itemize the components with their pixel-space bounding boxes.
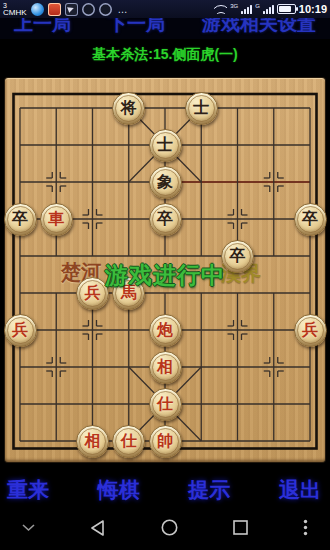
clock: 10:19 <box>299 3 327 15</box>
red-elephant-piece[interactable]: 相 <box>149 351 182 384</box>
signal-bars-icon <box>263 5 274 14</box>
more-notifications: … <box>118 4 129 15</box>
board-point-3-9[interactable]: 仕 <box>111 423 147 460</box>
board-point-0-3[interactable]: 卒 <box>2 201 38 238</box>
carrier-label: 3 CMHK <box>3 2 27 16</box>
black-soldier-piece[interactable]: 卒 <box>149 203 182 236</box>
board-point-5-0[interactable]: 士 <box>183 90 219 127</box>
board-point-4-3[interactable]: 卒 <box>147 201 183 238</box>
network-3g-label: 3G <box>230 3 238 9</box>
menu-item-next-game[interactable]: 下一局 <box>108 18 165 37</box>
ring-app-icon <box>82 3 95 16</box>
hint-button[interactable]: 提示 <box>188 476 230 504</box>
app-screen: 3 CMHK … 3G G 10:19 上一局 <box>0 0 330 550</box>
cloud-app-icon <box>31 3 44 16</box>
red-advisor-piece[interactable]: 仕 <box>149 388 182 421</box>
red-chariot-piece[interactable]: 車 <box>40 203 73 236</box>
android-nav-bar <box>0 505 330 550</box>
board-point-4-7[interactable]: 相 <box>147 349 183 386</box>
menu-dots-icon[interactable] <box>303 519 308 536</box>
board-point-3-0[interactable]: 将 <box>111 90 147 127</box>
exit-button[interactable]: 退出 <box>279 476 321 504</box>
board-point-4-6[interactable]: 炮 <box>147 312 183 349</box>
menu-item-game-settings[interactable]: 游戏相关设置 <box>202 18 316 37</box>
board-point-8-3[interactable]: 卒 <box>292 201 328 238</box>
board-point-8-6[interactable]: 兵 <box>292 312 328 349</box>
red-general-piece[interactable]: 帥 <box>149 425 182 458</box>
share-arrow-icon <box>65 3 78 16</box>
red-soldier-piece[interactable]: 兵 <box>4 314 37 347</box>
status-indicators: 3G G 10:19 <box>214 3 330 15</box>
recents-icon[interactable] <box>233 520 248 535</box>
red-advisor-piece[interactable]: 仕 <box>112 425 145 458</box>
notification-icons: … <box>31 3 129 16</box>
menu-item-previous-game[interactable]: 上一局 <box>14 18 71 37</box>
board-point-4-1[interactable]: 士 <box>147 127 183 164</box>
restart-button[interactable]: 重来 <box>7 476 49 504</box>
black-elephant-piece[interactable]: 象 <box>149 166 182 199</box>
battery-icon <box>277 4 296 14</box>
ring-app-icon <box>99 3 112 16</box>
carrier-line2: CMHK <box>3 9 27 16</box>
network-g-label: G <box>255 3 260 9</box>
signal-bars-icon <box>241 5 252 14</box>
red-cannon-piece[interactable]: 炮 <box>149 314 182 347</box>
status-bar: 3 CMHK … 3G G 10:19 <box>0 0 330 18</box>
red-app-icon <box>48 3 61 16</box>
board-point-2-9[interactable]: 相 <box>74 423 110 460</box>
red-elephant-piece[interactable]: 相 <box>76 425 109 458</box>
black-soldier-piece[interactable]: 卒 <box>294 203 327 236</box>
black-advisor-piece[interactable]: 士 <box>149 129 182 162</box>
game-button-bar: 重来 悔棋 提示 退出 <box>0 476 330 503</box>
board-point-1-3[interactable]: 車 <box>38 201 74 238</box>
black-general-piece[interactable]: 将 <box>112 92 145 125</box>
home-icon[interactable] <box>161 519 178 536</box>
game-status-text: 游戏进行中 <box>0 260 330 291</box>
chevron-down-icon[interactable] <box>22 524 35 532</box>
back-icon[interactable] <box>90 520 105 536</box>
black-soldier-piece[interactable]: 卒 <box>4 203 37 236</box>
black-advisor-piece[interactable]: 士 <box>185 92 218 125</box>
undo-button[interactable]: 悔棋 <box>98 476 140 504</box>
board-point-0-6[interactable]: 兵 <box>2 312 38 349</box>
board-point-4-8[interactable]: 仕 <box>147 386 183 423</box>
board-point-4-9[interactable]: 帥 <box>147 423 183 460</box>
red-soldier-piece[interactable]: 兵 <box>294 314 327 347</box>
wifi-icon <box>214 5 227 14</box>
board-point-4-2[interactable]: 象 <box>147 164 183 201</box>
puzzle-title: 基本杀法:15.侧面虎(一) <box>0 43 330 67</box>
top-menu-bar: 上一局 下一局 游戏相关设置 <box>0 18 330 39</box>
